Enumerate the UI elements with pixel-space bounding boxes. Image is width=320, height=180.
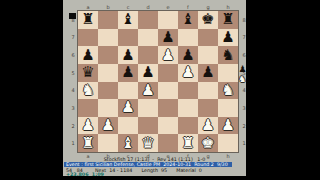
square-c1[interactable]: ♝ [118, 134, 138, 152]
rank-label-3: 3 [241, 99, 247, 117]
rank-label-3: 3 [70, 99, 76, 117]
square-e7[interactable]: ♟ [158, 29, 178, 47]
square-a3[interactable] [78, 99, 98, 117]
rank-label-6: 6 [70, 46, 76, 64]
piece-white-knight[interactable]: ♞ [221, 83, 234, 98]
square-g2[interactable]: ♟ [198, 117, 218, 135]
square-d3[interactable] [138, 99, 158, 117]
rank-label-1: 1 [70, 134, 76, 152]
captured-pieces-tray: ♟♞ [237, 64, 248, 84]
rank-label-8: 8 [241, 11, 247, 29]
square-h6[interactable]: ♞ [218, 46, 238, 64]
square-c7[interactable] [118, 29, 138, 47]
rank-label-2: 2 [70, 117, 76, 135]
square-g1[interactable]: ♚ [198, 134, 218, 152]
square-b5[interactable] [98, 64, 118, 82]
square-g7[interactable] [198, 29, 218, 47]
eval-line: +23.806 1:09 [66, 172, 104, 177]
piece-black-king[interactable]: ♚ [201, 12, 214, 27]
file-label-c: c [118, 4, 138, 10]
square-e2[interactable] [158, 117, 178, 135]
square-f2[interactable] [178, 117, 198, 135]
square-h2[interactable]: ♟ [218, 117, 238, 135]
square-h3[interactable] [218, 99, 238, 117]
square-a8[interactable]: ♜ [78, 11, 98, 29]
rank-label-1: 1 [241, 134, 247, 152]
piece-black-pawn[interactable]: ♟ [121, 48, 134, 63]
file-label-a: a [78, 4, 98, 10]
rank-label-2: 2 [241, 117, 247, 135]
event-line: Event : first Sicilian Defense, Castle P… [64, 162, 232, 167]
square-f1[interactable]: ♜ [178, 134, 198, 152]
square-c3[interactable]: ♟ [118, 99, 138, 117]
square-e8[interactable] [158, 11, 178, 29]
captured-white-knight-icon: ♞ [238, 74, 246, 84]
square-g3[interactable] [198, 99, 218, 117]
piece-white-pawn[interactable]: ♟ [161, 48, 174, 63]
square-d8[interactable] [138, 11, 158, 29]
piece-black-queen[interactable]: ♛ [81, 65, 94, 80]
square-e1[interactable] [158, 134, 178, 152]
square-d5[interactable]: ♟ [138, 64, 158, 82]
piece-black-pawn[interactable]: ♟ [221, 30, 234, 45]
piece-white-pawn[interactable]: ♟ [121, 100, 134, 115]
square-a2[interactable]: ♟ [78, 117, 98, 135]
piece-white-bishop[interactable]: ♝ [121, 136, 134, 151]
piece-black-pawn[interactable]: ♟ [121, 65, 134, 80]
square-e3[interactable] [158, 99, 178, 117]
piece-black-knight[interactable]: ♞ [221, 48, 234, 63]
square-e4[interactable] [158, 82, 178, 100]
file-label-h: h [218, 4, 238, 10]
piece-white-pawn[interactable]: ♟ [101, 118, 114, 133]
square-h8[interactable]: ♜ [218, 11, 238, 29]
file-label-b: b [98, 4, 118, 10]
square-f8[interactable]: ♝ [178, 11, 198, 29]
square-d2[interactable] [138, 117, 158, 135]
square-d4[interactable]: ♟ [138, 82, 158, 100]
rank-label-4: 4 [241, 82, 247, 100]
piece-black-rook[interactable]: ♜ [81, 12, 94, 27]
square-b8[interactable] [98, 11, 118, 29]
square-a6[interactable]: ♟ [78, 46, 98, 64]
square-b4[interactable] [98, 82, 118, 100]
game-panel: abcdefgh 87654321 87654321 ♜♝♝♚♜♟♟♟♟♟♟♞♛… [63, 0, 246, 176]
square-f5[interactable]: ♟ [178, 64, 198, 82]
square-f4[interactable] [178, 82, 198, 100]
piece-white-king[interactable]: ♚ [201, 136, 214, 151]
piece-white-pawn[interactable]: ♟ [141, 83, 154, 98]
piece-black-pawn[interactable]: ♟ [81, 48, 94, 63]
square-g6[interactable] [198, 46, 218, 64]
square-a4[interactable]: ♞ [78, 82, 98, 100]
piece-black-bishop[interactable]: ♝ [181, 12, 194, 27]
piece-white-pawn[interactable]: ♟ [181, 65, 194, 80]
piece-white-rook[interactable]: ♜ [81, 136, 94, 151]
file-label-d: d [138, 4, 158, 10]
piece-white-pawn[interactable]: ♟ [221, 118, 234, 133]
square-f7[interactable] [178, 29, 198, 47]
square-c8[interactable]: ♝ [118, 11, 138, 29]
square-b1[interactable] [98, 134, 118, 152]
square-h5[interactable] [218, 64, 238, 82]
piece-black-pawn[interactable]: ♟ [201, 65, 214, 80]
side-to-move-indicator [69, 13, 76, 19]
square-c5[interactable]: ♟ [118, 64, 138, 82]
square-a7[interactable] [78, 29, 98, 47]
square-g5[interactable]: ♟ [198, 64, 218, 82]
rank-label-6: 6 [241, 46, 247, 64]
square-d7[interactable] [138, 29, 158, 47]
piece-white-knight[interactable]: ♞ [81, 83, 94, 98]
piece-black-pawn[interactable]: ♟ [181, 48, 194, 63]
rank-label-7: 7 [70, 29, 76, 47]
square-f3[interactable] [178, 99, 198, 117]
square-e6[interactable]: ♟ [158, 46, 178, 64]
square-h4[interactable]: ♞ [218, 82, 238, 100]
square-a1[interactable]: ♜ [78, 134, 98, 152]
rank-label-7: 7 [241, 29, 247, 47]
square-g8[interactable]: ♚ [198, 11, 218, 29]
piece-black-bishop[interactable]: ♝ [121, 12, 134, 27]
rank-labels-left: 87654321 [70, 11, 76, 152]
square-c4[interactable] [118, 82, 138, 100]
piece-white-pawn[interactable]: ♟ [81, 118, 94, 133]
file-label-e: e [158, 4, 178, 10]
piece-white-rook[interactable]: ♜ [181, 136, 194, 151]
piece-white-queen[interactable]: ♛ [141, 136, 154, 151]
square-b3[interactable] [98, 99, 118, 117]
rank-label-4: 4 [70, 82, 76, 100]
captured-black-pawn-icon: ♟ [238, 64, 246, 74]
square-b7[interactable] [98, 29, 118, 47]
square-b2[interactable]: ♟ [98, 117, 118, 135]
square-d1[interactable]: ♛ [138, 134, 158, 152]
square-f6[interactable]: ♟ [178, 46, 198, 64]
square-a5[interactable]: ♛ [78, 64, 98, 82]
video-frame: { "game": "chess", "position": "r1b2bkr/… [0, 0, 320, 180]
file-labels-top: abcdefgh [78, 4, 238, 10]
piece-black-pawn[interactable]: ♟ [141, 65, 154, 80]
piece-white-pawn[interactable]: ♟ [201, 118, 214, 133]
file-label-g: g [198, 4, 218, 10]
square-b6[interactable] [98, 46, 118, 64]
square-e5[interactable] [158, 64, 178, 82]
square-c6[interactable]: ♟ [118, 46, 138, 64]
square-h1[interactable] [218, 134, 238, 152]
chess-board: ♜♝♝♚♜♟♟♟♟♟♟♞♛♟♟♟♟♞♟♞♟♟♟♟♟♜♝♛♜♚ [78, 11, 238, 152]
square-c2[interactable] [118, 117, 138, 135]
file-label-f: f [178, 4, 198, 10]
piece-black-rook[interactable]: ♜ [221, 12, 234, 27]
square-h7[interactable]: ♟ [218, 29, 238, 47]
square-d6[interactable] [138, 46, 158, 64]
piece-black-pawn[interactable]: ♟ [161, 30, 174, 45]
square-g4[interactable] [198, 82, 218, 100]
rank-label-5: 5 [70, 64, 76, 82]
